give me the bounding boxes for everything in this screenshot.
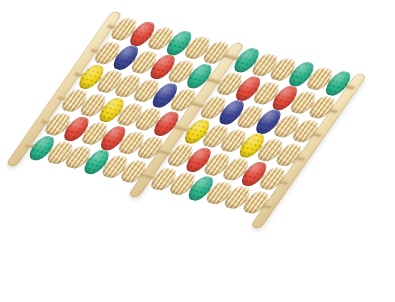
foot-massage-roller — [10, 18, 363, 224]
photo-canvas — [0, 0, 395, 302]
